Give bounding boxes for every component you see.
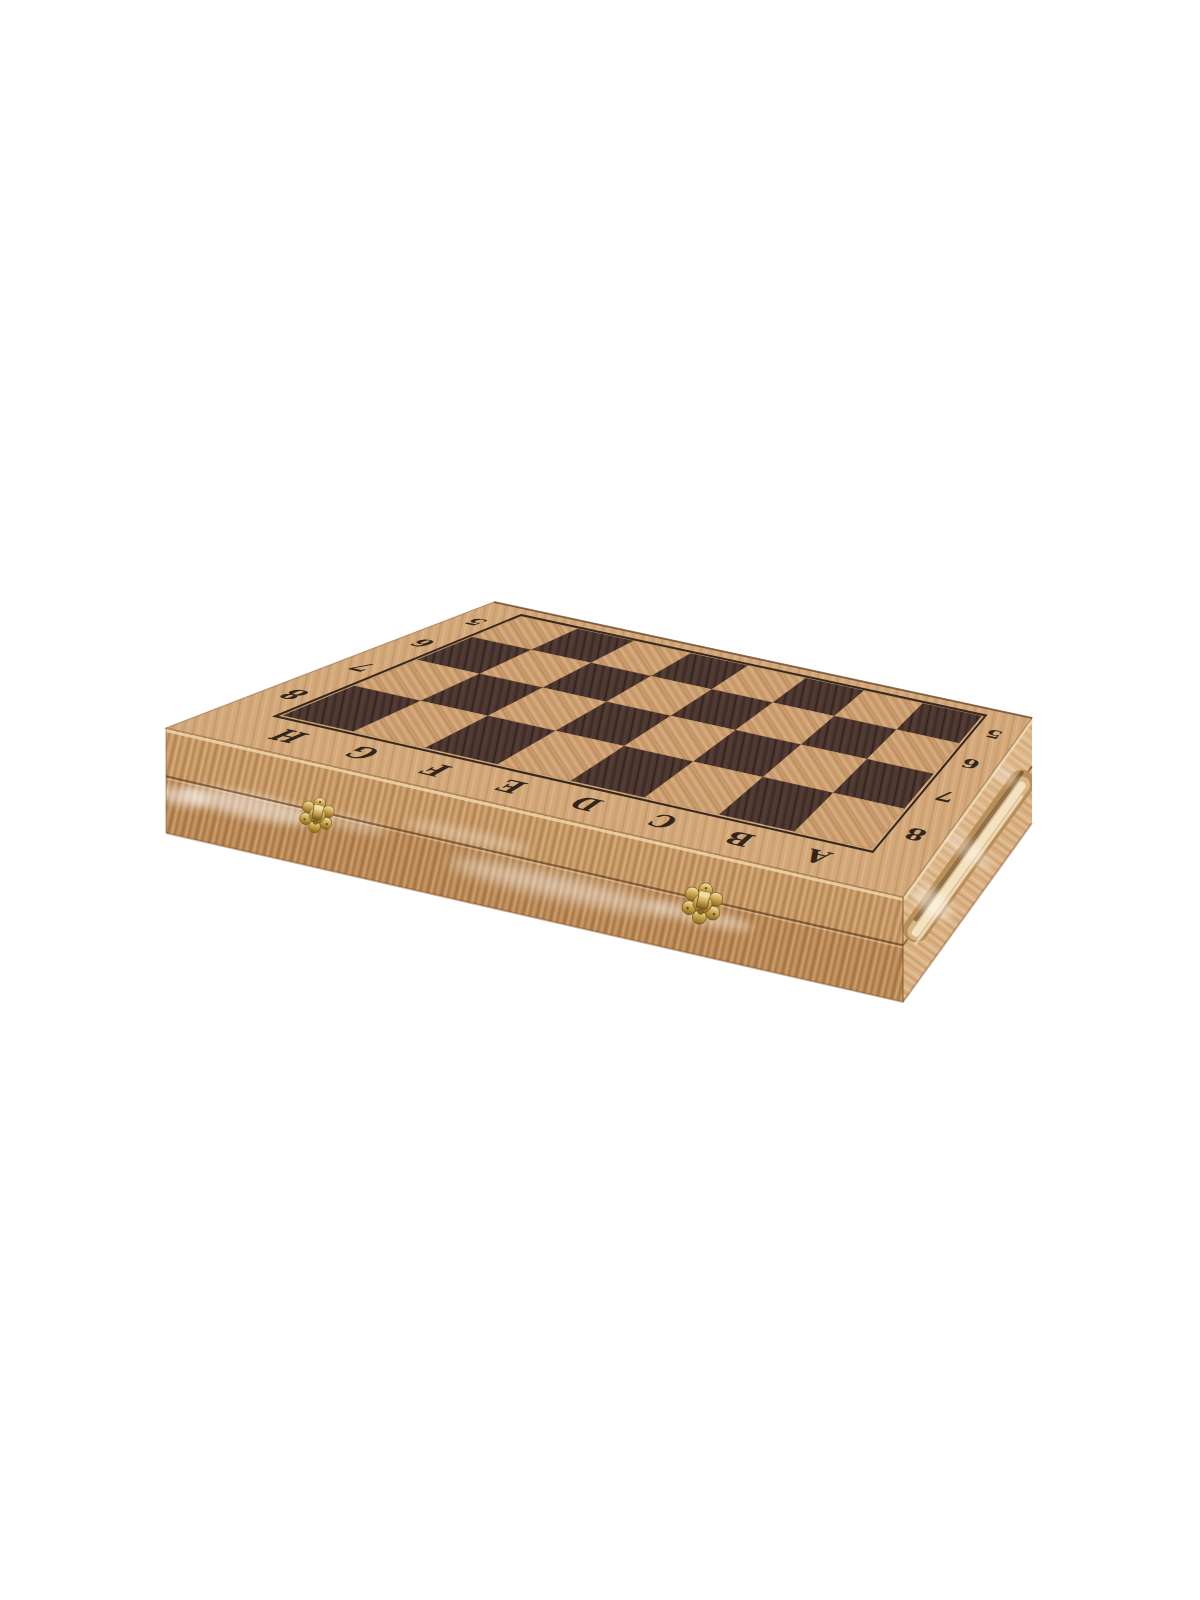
chess-box-photo: HGFEDCBA56785678: [0, 0, 1200, 1600]
product-photo-canvas: HGFEDCBA56785678: [0, 0, 1200, 1600]
